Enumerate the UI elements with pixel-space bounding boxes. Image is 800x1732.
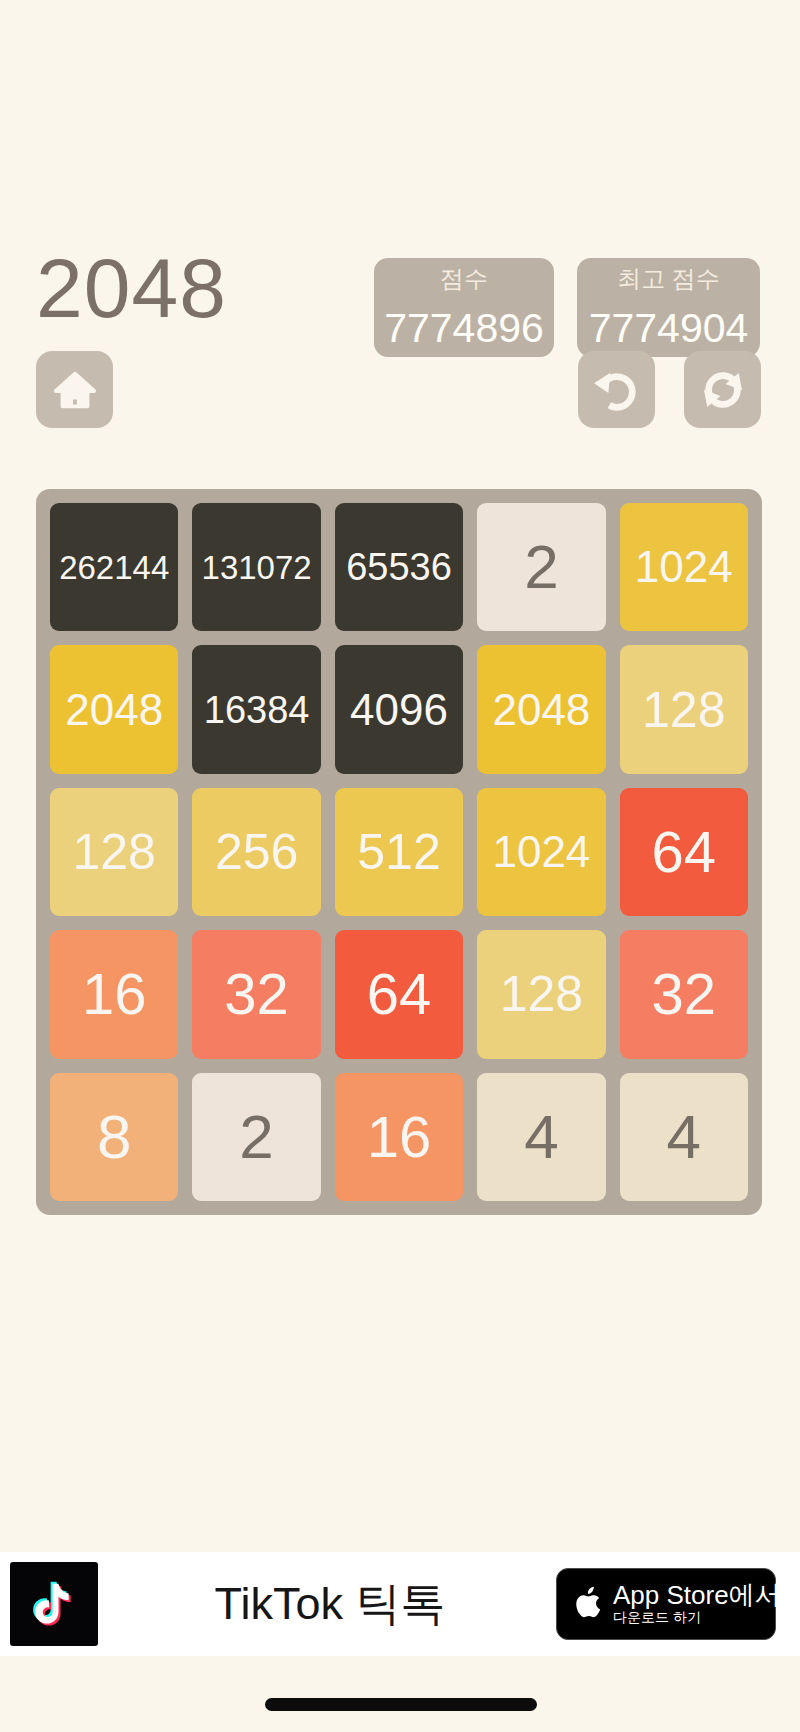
tile-4: 4 [620, 1073, 748, 1201]
game-title: 2048 [36, 240, 227, 337]
tile-2: 2 [192, 1073, 320, 1201]
undo-icon [594, 367, 640, 413]
app-store-badge[interactable]: App Store에서 다운로드 하기 [556, 1568, 776, 1640]
app-store-badge-text: App Store에서 다운로드 하기 [613, 1582, 781, 1626]
ad-banner[interactable]: TikTok 틱톡 App Store에서 다운로드 하기 [0, 1552, 800, 1656]
tile-1024: 1024 [477, 788, 605, 916]
tile-8: 8 [50, 1073, 178, 1201]
undo-button[interactable] [578, 351, 655, 428]
score-value: 7774896 [384, 308, 544, 349]
tile-64: 64 [335, 930, 463, 1058]
tile-32: 32 [620, 930, 748, 1058]
score-box: 점수 7774896 [374, 258, 554, 357]
badge-line2: 다운로드 하기 [613, 1609, 781, 1626]
tile-128: 128 [50, 788, 178, 916]
tile-128: 128 [477, 930, 605, 1058]
home-indicator[interactable] [265, 1698, 537, 1711]
app-screen: 2048 점수 7774896 최고 점수 7774904 [0, 0, 800, 1732]
refresh-button[interactable] [684, 351, 761, 428]
tile-262144: 262144 [50, 503, 178, 631]
apple-icon [569, 1582, 603, 1626]
tile-256: 256 [192, 788, 320, 916]
tile-32: 32 [192, 930, 320, 1058]
tile-16: 16 [335, 1073, 463, 1201]
game-board[interactable]: 2621441310726553621024204816384409620481… [36, 489, 762, 1215]
home-button[interactable] [36, 351, 113, 428]
tile-1024: 1024 [620, 503, 748, 631]
tile-131072: 131072 [192, 503, 320, 631]
best-score-value: 7774904 [589, 308, 749, 349]
board-grid: 2621441310726553621024204816384409620481… [36, 489, 762, 1215]
tile-65536: 65536 [335, 503, 463, 631]
tile-4: 4 [477, 1073, 605, 1201]
badge-line1: App Store에서 [613, 1582, 781, 1609]
tile-2048: 2048 [477, 645, 605, 773]
tile-2048: 2048 [50, 645, 178, 773]
tile-128: 128 [620, 645, 748, 773]
tiktok-logo-icon [10, 1562, 98, 1646]
tile-512: 512 [335, 788, 463, 916]
tile-2: 2 [477, 503, 605, 631]
best-score-box: 최고 점수 7774904 [577, 258, 760, 357]
ad-app-title: TikTok 틱톡 [150, 1574, 510, 1634]
tile-4096: 4096 [335, 645, 463, 773]
tile-16384: 16384 [192, 645, 320, 773]
refresh-icon [700, 367, 746, 413]
home-icon [52, 367, 98, 413]
score-label: 점수 [440, 267, 488, 291]
tile-64: 64 [620, 788, 748, 916]
tile-16: 16 [50, 930, 178, 1058]
best-score-label: 최고 점수 [617, 267, 720, 291]
